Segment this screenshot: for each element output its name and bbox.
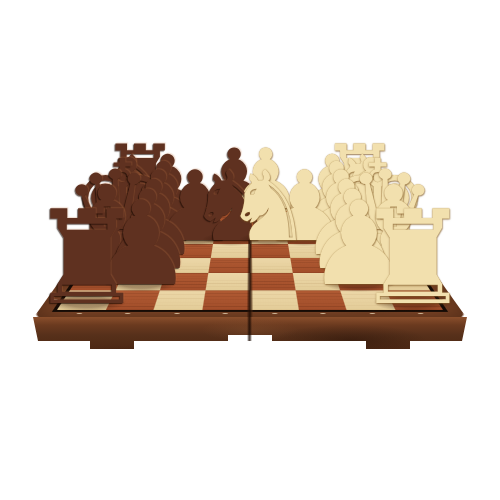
rank-mark-5 — [95, 237, 99, 238]
rank-mark-7 — [386, 216, 390, 217]
square-e6[interactable] — [250, 221, 286, 232]
square-h5[interactable] — [357, 232, 400, 244]
square-d8[interactable] — [218, 202, 250, 211]
square-f8[interactable] — [281, 202, 315, 211]
square-h6[interactable] — [351, 221, 392, 232]
file-mark-f — [320, 313, 325, 314]
file-mark-e — [272, 313, 277, 314]
square-c7[interactable] — [183, 211, 218, 221]
square-d2[interactable] — [205, 273, 250, 290]
square-b2[interactable] — [115, 273, 166, 290]
square-b7[interactable] — [149, 211, 186, 221]
rank-mark-4 — [409, 250, 414, 251]
square-d3[interactable] — [208, 258, 250, 273]
square-e7[interactable] — [250, 211, 284, 221]
square-f5[interactable] — [286, 232, 325, 244]
square-g7[interactable] — [314, 211, 351, 221]
square-b3[interactable] — [123, 258, 170, 273]
square-d1[interactable] — [202, 290, 250, 310]
square-c5[interactable] — [175, 232, 214, 244]
square-b8[interactable] — [154, 202, 189, 211]
file-mark-c — [174, 313, 179, 314]
square-c6[interactable] — [179, 221, 216, 232]
square-h2[interactable] — [377, 273, 431, 290]
square-g8[interactable] — [311, 202, 346, 211]
square-e2[interactable] — [250, 273, 295, 290]
square-e3[interactable] — [250, 258, 292, 273]
file-mark-b — [125, 313, 131, 314]
square-b1[interactable] — [105, 290, 160, 310]
rank-mark-5 — [401, 237, 405, 238]
rank-mark-4 — [86, 250, 91, 251]
board-front-seam — [247, 317, 252, 341]
rank-mark-7 — [110, 216, 114, 217]
square-h4[interactable] — [363, 244, 409, 258]
square-c8[interactable] — [186, 202, 220, 211]
square-b6[interactable] — [143, 221, 182, 232]
square-d4[interactable] — [210, 244, 250, 258]
square-c4[interactable] — [171, 244, 213, 258]
square-d6[interactable] — [214, 221, 250, 232]
square-d5[interactable] — [213, 232, 251, 244]
rank-mark-2 — [65, 281, 70, 282]
rank-mark-2 — [430, 281, 435, 282]
square-h8[interactable] — [342, 202, 379, 211]
rank-mark-1 — [442, 299, 448, 300]
file-mark-h — [418, 313, 424, 314]
square-b5[interactable] — [138, 232, 179, 244]
square-c1[interactable] — [153, 290, 204, 310]
square-e5[interactable] — [250, 232, 288, 244]
square-e8[interactable] — [250, 202, 282, 211]
rank-mark-3 — [419, 265, 424, 266]
chess-board — [33, 199, 467, 318]
square-b4[interactable] — [131, 244, 175, 258]
square-g5[interactable] — [321, 232, 362, 244]
square-h7[interactable] — [346, 211, 385, 221]
square-f4[interactable] — [288, 244, 330, 258]
file-mark-g — [369, 313, 375, 314]
square-h3[interactable] — [369, 258, 419, 273]
square-c2[interactable] — [160, 273, 208, 290]
square-a7[interactable] — [115, 211, 154, 221]
square-d7[interactable] — [216, 211, 250, 221]
square-f1[interactable] — [295, 290, 346, 310]
square-f2[interactable] — [292, 273, 340, 290]
rank-mark-6 — [103, 226, 107, 227]
square-f7[interactable] — [282, 211, 317, 221]
square-e1[interactable] — [250, 290, 298, 310]
chess-set-product-photo: ♜♝♛♚♝♞♜♟♟♟♟♟♟♟♟♞♜♝♛♚♝♞♜♟♟♟♟♟♟♟♟♞ — [0, 0, 500, 500]
square-e4[interactable] — [250, 244, 290, 258]
file-mark-a — [76, 313, 82, 314]
rank-mark-1 — [52, 299, 58, 300]
file-mark-d — [223, 313, 228, 314]
square-a8[interactable] — [121, 202, 158, 211]
square-g6[interactable] — [317, 221, 356, 232]
square-h1[interactable] — [385, 290, 443, 310]
square-f6[interactable] — [284, 221, 321, 232]
square-c3[interactable] — [166, 258, 211, 273]
rank-mark-6 — [393, 226, 397, 227]
square-f3[interactable] — [290, 258, 335, 273]
square-a6[interactable] — [108, 221, 149, 232]
rank-mark-3 — [76, 265, 81, 266]
